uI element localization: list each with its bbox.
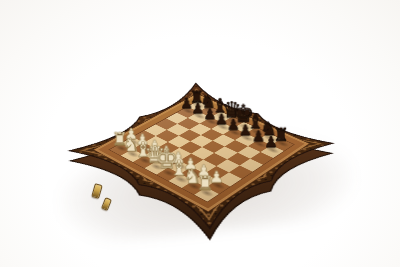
chess-board-3d: ♜♞♝♛♚♝♞♜♟♟♟♟♟♟♟♟♟♟♟♟♟♟♟♟♜♞♝♛♚♝♞♜ [2,57,397,267]
photo-backdrop: ♜♞♝♛♚♝♞♜♟♟♟♟♟♟♟♟♟♟♟♟♟♟♟♟♜♞♝♛♚♝♞♜ [0,0,400,267]
